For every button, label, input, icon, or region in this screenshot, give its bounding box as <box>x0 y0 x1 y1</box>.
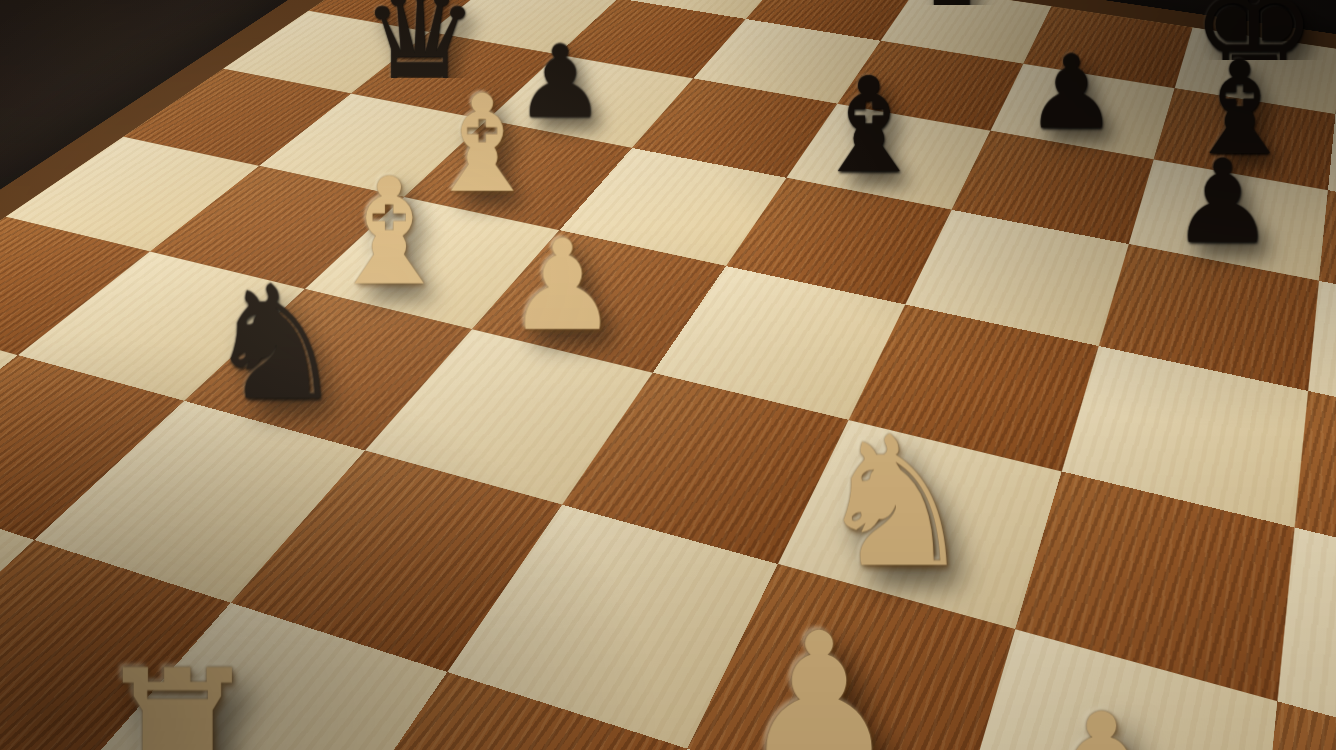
piece-white-rook-d1[interactable]: ♜ <box>33 644 323 750</box>
piece-white-knight-f3[interactable]: ♞ <box>773 412 1018 592</box>
piece-black-pawn-f7[interactable]: ♟ <box>990 41 1153 143</box>
piece-black-bishop-e6[interactable]: ♝ <box>783 60 954 192</box>
chess-board: ♜♚♟♟♟♝♟♛♟♝♟♝♝♟♛♞♞♟♟♟♟♜♚♜ <box>0 0 1336 750</box>
piece-black-pawn-g6[interactable]: ♟ <box>1131 145 1315 260</box>
chessboard-photo-scene: ♜♚♟♟♟♝♟♛♟♝♟♝♝♟♛♞♞♟♟♟♟♜♚♜ <box>0 0 1336 750</box>
chess-board-frame: ♜♚♟♟♟♝♟♛♟♝♟♝♝♟♛♞♞♟♟♟♟♜♚♜ <box>0 0 1336 750</box>
piece-white-pawn-d4[interactable]: ♟ <box>462 223 662 348</box>
piece-white-pawn-g2[interactable]: ♟ <box>953 690 1249 750</box>
piece-black-knight-c3[interactable]: ♞ <box>169 265 383 422</box>
piece-white-queen-a3[interactable]: ♛ <box>0 163 41 331</box>
